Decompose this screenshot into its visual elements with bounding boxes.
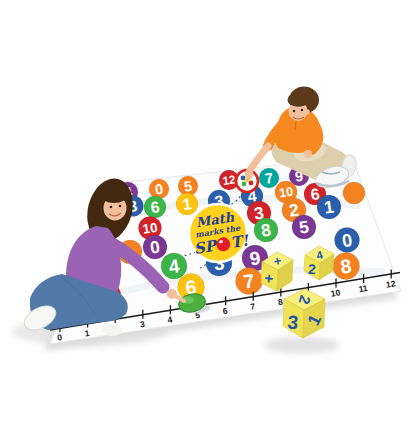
spinner-dot [245,178,249,182]
number-line-label-12: 12 [385,278,396,289]
number-line-label-11: 11 [358,283,369,294]
scene-svg: 405127936134106103210850439678 Math mark… [0,0,420,435]
spot-number: 10 [142,220,159,237]
spot-hidden-orange[interactable] [343,182,365,204]
dice-shadow [264,337,340,353]
girl-shoe-back [102,324,122,336]
boy-hand-right [304,150,312,158]
boy-eye [293,110,295,112]
girl-bangs [101,187,128,203]
spot-number: 12 [222,173,236,187]
boy-arm-right [312,128,318,150]
boy-hand-left [245,170,254,179]
number-die-1-front-glyph: 2 [308,261,317,278]
spinner-dot [242,182,247,187]
spinner-dot [241,176,246,181]
spinner-dot [249,181,254,186]
number-die-2-front-glyph: 3 [287,311,300,333]
boy-eye [301,109,303,111]
boy-ear [304,109,310,115]
product-photo-scene: 405127936134106103210850439678 Math mark… [0,0,420,435]
girl-eye [119,205,122,208]
number-line-label-10: 10 [330,287,341,298]
girl-eye [110,206,113,209]
